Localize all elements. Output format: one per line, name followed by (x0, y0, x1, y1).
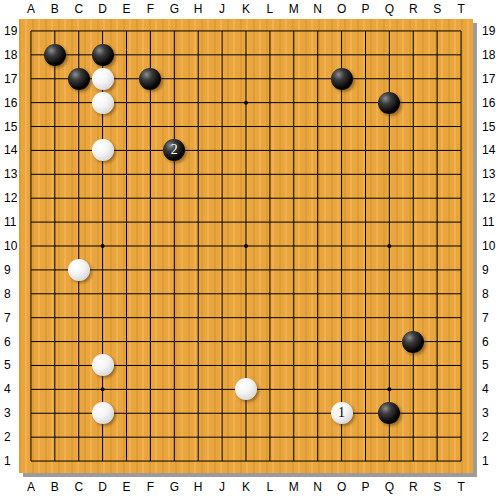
column-label-bottom: H (194, 478, 203, 500)
row-label-right: 5 (482, 358, 489, 372)
column-label-top: O (337, 0, 346, 19)
column-label-top: K (242, 0, 250, 19)
column-label-bottom: S (433, 478, 441, 500)
row-label-left: 3 (4, 406, 11, 420)
row-label-left: 7 (4, 311, 11, 325)
white-stone-D5[interactable] (92, 354, 114, 376)
white-stone-K4[interactable] (235, 378, 257, 400)
column-label-top: L (267, 0, 274, 19)
row-label-left: 15 (4, 120, 17, 134)
white-stone-D14[interactable] (92, 139, 114, 161)
black-stone-O17[interactable] (331, 68, 353, 90)
row-label-left: 18 (4, 48, 17, 62)
column-label-bottom: B (51, 478, 59, 500)
column-label-top: N (313, 0, 322, 19)
column-label-top: F (147, 0, 154, 19)
row-label-left: 5 (4, 358, 11, 372)
row-label-right: 15 (482, 120, 495, 134)
row-label-left: 14 (4, 143, 17, 157)
black-stone-C17[interactable] (68, 68, 90, 90)
column-label-bottom: Q (385, 478, 394, 500)
column-label-bottom: C (74, 478, 83, 500)
black-stone-R6[interactable] (402, 331, 424, 353)
column-label-top: S (433, 0, 441, 19)
black-stone-G14[interactable]: 2 (163, 139, 185, 161)
column-label-top: B (51, 0, 59, 19)
row-label-left: 8 (4, 287, 11, 301)
black-stone-Q3[interactable] (378, 402, 400, 424)
row-label-left: 6 (4, 335, 11, 349)
row-label-left: 2 (4, 430, 11, 444)
column-label-top: C (74, 0, 83, 19)
row-label-left: 19 (4, 24, 17, 38)
move-number-label: 1 (338, 406, 345, 420)
column-label-bottom: O (337, 478, 346, 500)
column-label-top: P (361, 0, 369, 19)
row-label-right: 3 (482, 406, 489, 420)
column-label-top: D (98, 0, 107, 19)
row-label-right: 12 (482, 191, 495, 205)
stones-layer: 21 (19, 19, 473, 473)
black-stone-D18[interactable] (92, 44, 114, 66)
row-label-left: 4 (4, 382, 11, 396)
row-label-left: 12 (4, 191, 17, 205)
row-label-right: 1 (482, 454, 489, 468)
column-label-bottom: D (98, 478, 107, 500)
move-number-label: 2 (171, 143, 178, 157)
black-stone-B18[interactable] (44, 44, 66, 66)
column-label-bottom: E (123, 478, 131, 500)
row-label-right: 17 (482, 72, 495, 86)
row-label-right: 19 (482, 24, 495, 38)
row-label-left: 16 (4, 96, 17, 110)
white-stone-D17[interactable] (92, 68, 114, 90)
column-label-bottom: F (147, 478, 154, 500)
row-label-right: 16 (482, 96, 495, 110)
row-label-right: 14 (482, 143, 495, 157)
column-label-top: R (409, 0, 418, 19)
column-label-top: E (123, 0, 131, 19)
go-board-diagram: 21 AABBCCDDEEFFGGHHJJKKLLMMNNOOPPQQRRSST… (0, 0, 500, 500)
row-label-left: 13 (4, 167, 17, 181)
column-label-bottom: L (267, 478, 274, 500)
row-label-right: 9 (482, 263, 489, 277)
column-label-bottom: T (457, 478, 464, 500)
column-label-top: H (194, 0, 203, 19)
column-label-top: M (289, 0, 299, 19)
black-stone-F17[interactable] (139, 68, 161, 90)
column-label-top: J (219, 0, 225, 19)
row-label-left: 11 (4, 215, 16, 229)
column-label-bottom: J (219, 478, 225, 500)
column-label-top: A (27, 0, 35, 19)
row-label-left: 10 (4, 239, 17, 253)
row-label-right: 11 (482, 215, 494, 229)
column-label-bottom: K (242, 478, 250, 500)
row-label-right: 8 (482, 287, 489, 301)
row-label-right: 18 (482, 48, 495, 62)
column-label-top: Q (385, 0, 394, 19)
row-label-right: 2 (482, 430, 489, 444)
row-label-right: 13 (482, 167, 495, 181)
white-stone-O3[interactable]: 1 (331, 402, 353, 424)
row-label-right: 6 (482, 335, 489, 349)
column-label-top: T (457, 0, 464, 19)
column-label-bottom: M (289, 478, 299, 500)
row-label-left: 17 (4, 72, 17, 86)
column-label-bottom: N (313, 478, 322, 500)
black-stone-Q16[interactable] (378, 92, 400, 114)
white-stone-C9[interactable] (68, 259, 90, 281)
column-label-bottom: A (27, 478, 35, 500)
column-label-top: G (170, 0, 179, 19)
row-label-left: 9 (4, 263, 11, 277)
column-label-bottom: R (409, 478, 418, 500)
row-label-right: 7 (482, 311, 489, 325)
white-stone-D3[interactable] (92, 402, 114, 424)
white-stone-D16[interactable] (92, 92, 114, 114)
row-label-right: 10 (482, 239, 495, 253)
column-label-bottom: P (361, 478, 369, 500)
row-label-left: 1 (4, 454, 11, 468)
row-label-right: 4 (482, 382, 489, 396)
goban[interactable]: 21 (19, 19, 473, 473)
column-label-bottom: G (170, 478, 179, 500)
